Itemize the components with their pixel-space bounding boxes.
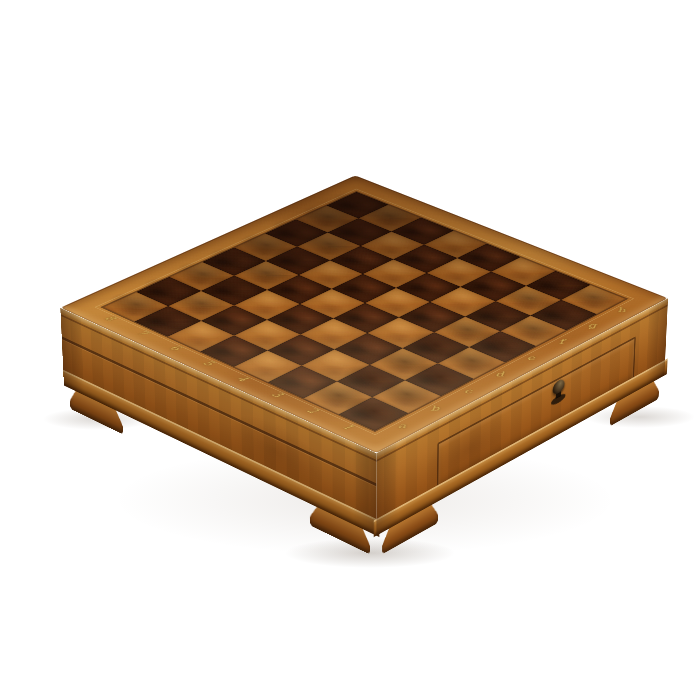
scene: 12345678abcdefgh — [0, 0, 700, 700]
chess-box: 12345678abcdefgh — [60, 176, 668, 454]
black-pawn-glyph: ♟ — [87, 239, 249, 327]
chess-set-photo: 12345678abcdefgh — [0, 0, 700, 700]
white-rook-glyph: ♜ — [288, 299, 459, 421]
